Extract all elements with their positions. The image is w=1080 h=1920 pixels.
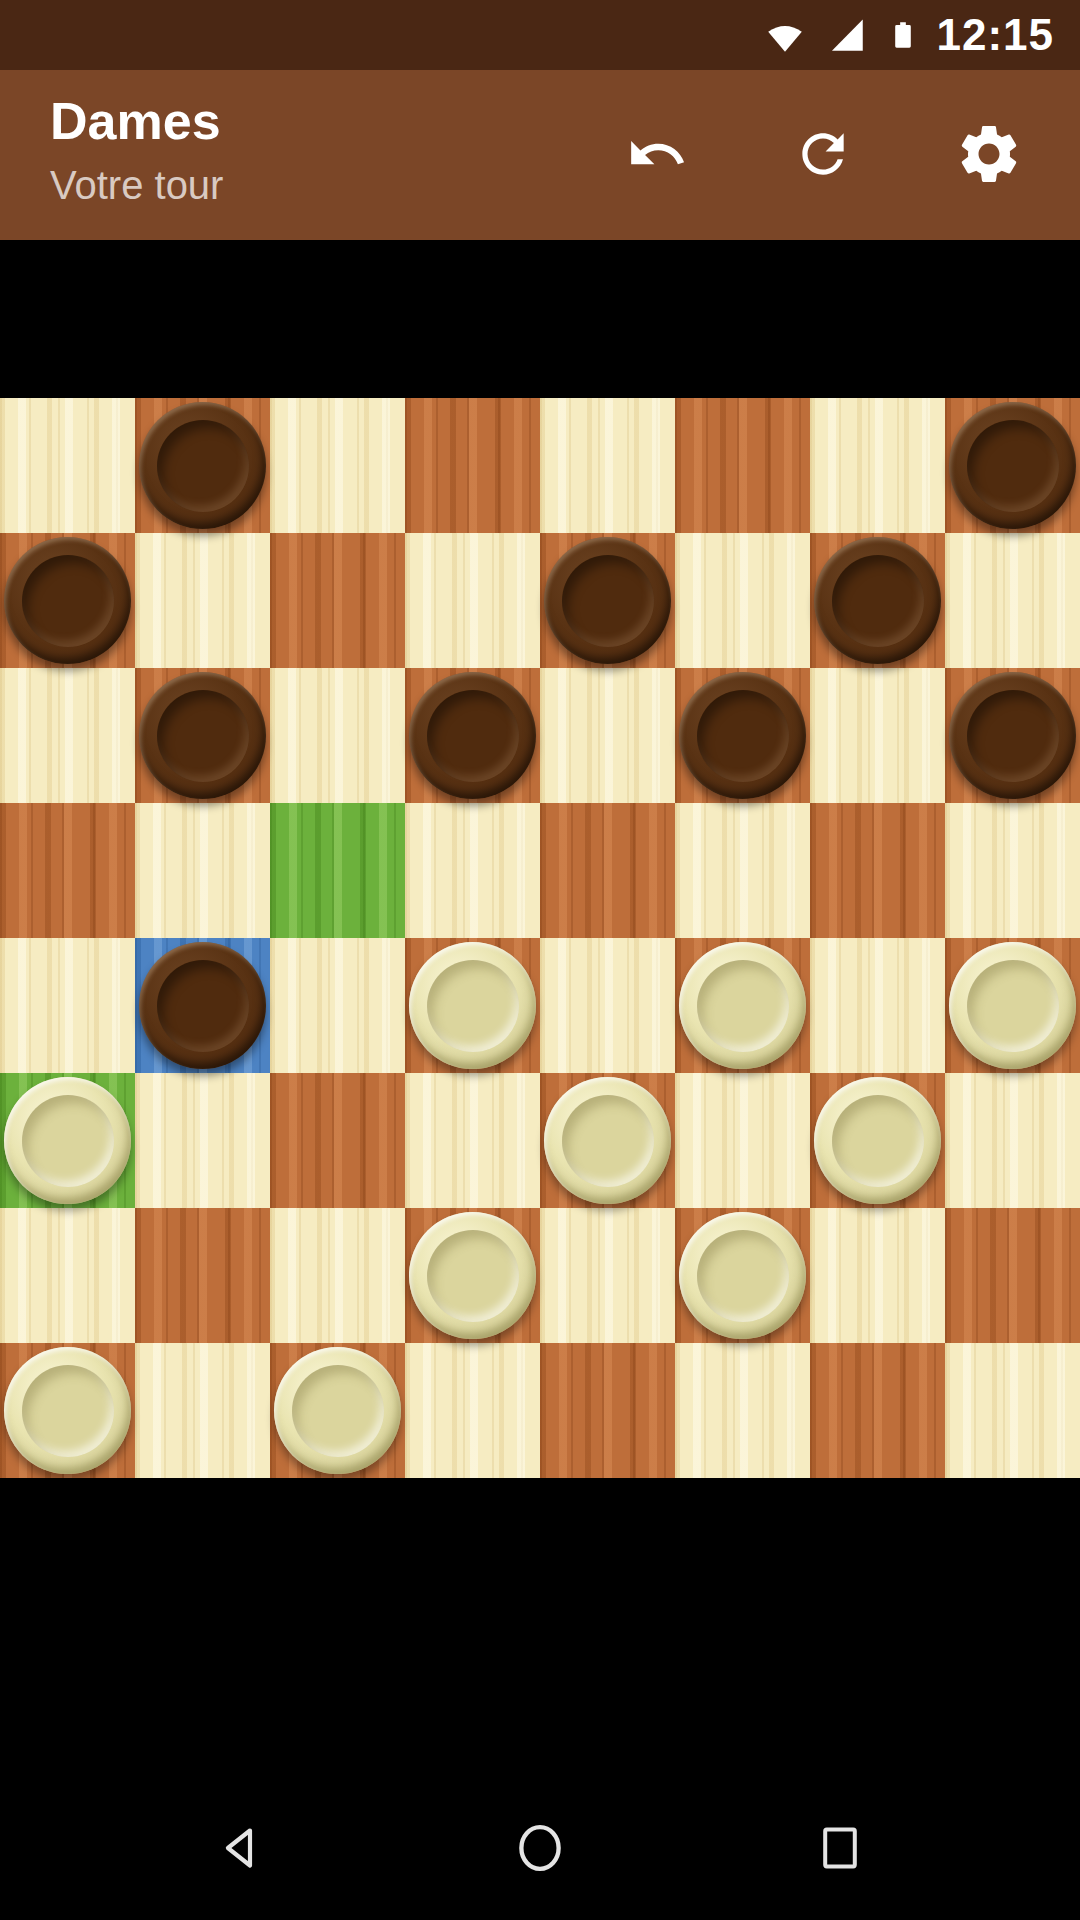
square-r2c7[interactable] — [945, 668, 1080, 803]
back-button[interactable] — [215, 1820, 265, 1878]
redo-icon — [792, 123, 854, 188]
square-r6c2 — [270, 1208, 405, 1343]
square-r5c1 — [135, 1073, 270, 1208]
dark-checker-piece[interactable] — [139, 942, 266, 1069]
dark-checker-piece[interactable] — [949, 402, 1076, 529]
square-r6c3[interactable] — [405, 1208, 540, 1343]
undo-icon — [626, 123, 688, 188]
dark-checker-piece[interactable] — [949, 672, 1076, 799]
page-title: Dames — [50, 92, 624, 150]
square-r5c4[interactable] — [540, 1073, 675, 1208]
white-checker-piece[interactable] — [679, 942, 806, 1069]
square-r3c0[interactable] — [0, 803, 135, 938]
dark-checker-piece[interactable] — [544, 537, 671, 664]
square-r1c6[interactable] — [810, 533, 945, 668]
square-r6c1[interactable] — [135, 1208, 270, 1343]
square-r2c5[interactable] — [675, 668, 810, 803]
square-r3c5 — [675, 803, 810, 938]
square-r2c2 — [270, 668, 405, 803]
square-r6c7[interactable] — [945, 1208, 1080, 1343]
piece-inner-ring — [22, 1095, 114, 1187]
piece-inner-ring — [427, 960, 519, 1052]
square-r4c1[interactable] — [135, 938, 270, 1073]
turn-status: Votre tour — [50, 162, 624, 208]
app-titles: Dames Votre tour — [0, 70, 624, 208]
dark-checker-piece[interactable] — [679, 672, 806, 799]
square-r4c5[interactable] — [675, 938, 810, 1073]
piece-inner-ring — [697, 690, 789, 782]
square-r3c2[interactable] — [270, 803, 405, 938]
square-r6c5[interactable] — [675, 1208, 810, 1343]
square-r1c1 — [135, 533, 270, 668]
square-r1c2[interactable] — [270, 533, 405, 668]
signal-icon — [824, 14, 870, 56]
white-checker-piece[interactable] — [409, 1212, 536, 1339]
piece-inner-ring — [157, 420, 249, 512]
square-r0c4 — [540, 398, 675, 533]
settings-button[interactable] — [956, 122, 1022, 188]
back-icon — [215, 1819, 265, 1880]
dark-checker-piece[interactable] — [814, 537, 941, 664]
app-actions — [624, 70, 1080, 240]
recents-icon — [816, 1819, 864, 1880]
square-r5c6[interactable] — [810, 1073, 945, 1208]
white-checker-piece[interactable] — [949, 942, 1076, 1069]
dark-checker-piece[interactable] — [409, 672, 536, 799]
app-bar: Dames Votre tour — [0, 70, 1080, 240]
piece-inner-ring — [22, 1365, 114, 1457]
square-r3c6[interactable] — [810, 803, 945, 938]
square-r4c6 — [810, 938, 945, 1073]
status-clock: 12:15 — [936, 0, 1054, 70]
square-r4c0 — [0, 938, 135, 1073]
piece-inner-ring — [562, 1095, 654, 1187]
battery-icon — [886, 12, 920, 58]
square-r0c5[interactable] — [675, 398, 810, 533]
square-r0c3[interactable] — [405, 398, 540, 533]
square-r1c0[interactable] — [0, 533, 135, 668]
piece-inner-ring — [562, 555, 654, 647]
redo-button[interactable] — [790, 122, 856, 188]
white-checker-piece[interactable] — [814, 1077, 941, 1204]
home-button[interactable] — [515, 1820, 565, 1878]
square-r2c0 — [0, 668, 135, 803]
square-r6c0 — [0, 1208, 135, 1343]
square-r3c1 — [135, 803, 270, 938]
white-checker-piece[interactable] — [4, 1347, 131, 1474]
square-r3c4[interactable] — [540, 803, 675, 938]
square-r7c4[interactable] — [540, 1343, 675, 1478]
square-r7c2[interactable] — [270, 1343, 405, 1478]
white-checker-piece[interactable] — [679, 1212, 806, 1339]
square-r4c3[interactable] — [405, 938, 540, 1073]
square-r6c6 — [810, 1208, 945, 1343]
square-r1c4[interactable] — [540, 533, 675, 668]
recents-button[interactable] — [815, 1820, 865, 1878]
nav-bar — [0, 1816, 1080, 1882]
piece-inner-ring — [967, 420, 1059, 512]
dark-checker-piece[interactable] — [4, 537, 131, 664]
square-r2c3[interactable] — [405, 668, 540, 803]
square-r4c7[interactable] — [945, 938, 1080, 1073]
square-r0c7[interactable] — [945, 398, 1080, 533]
square-r5c2[interactable] — [270, 1073, 405, 1208]
piece-inner-ring — [832, 1095, 924, 1187]
status-bar: 12:15 — [0, 0, 1080, 70]
square-r7c1 — [135, 1343, 270, 1478]
square-r5c3 — [405, 1073, 540, 1208]
wifi-icon — [762, 14, 808, 56]
square-r3c7 — [945, 803, 1080, 938]
square-r7c5 — [675, 1343, 810, 1478]
undo-button[interactable] — [624, 122, 690, 188]
square-r1c3 — [405, 533, 540, 668]
square-r2c6 — [810, 668, 945, 803]
square-r7c7 — [945, 1343, 1080, 1478]
square-r7c3 — [405, 1343, 540, 1478]
square-r2c1[interactable] — [135, 668, 270, 803]
piece-inner-ring — [292, 1365, 384, 1457]
square-r0c0 — [0, 398, 135, 533]
square-r0c1[interactable] — [135, 398, 270, 533]
square-r0c6 — [810, 398, 945, 533]
square-r6c4 — [540, 1208, 675, 1343]
dark-checker-piece[interactable] — [139, 672, 266, 799]
piece-inner-ring — [697, 960, 789, 1052]
white-checker-piece[interactable] — [544, 1077, 671, 1204]
square-r5c5 — [675, 1073, 810, 1208]
dark-checker-piece[interactable] — [139, 402, 266, 529]
piece-inner-ring — [427, 690, 519, 782]
home-icon — [514, 1819, 566, 1880]
square-r1c5 — [675, 533, 810, 668]
square-r5c0[interactable] — [0, 1073, 135, 1208]
square-r4c2 — [270, 938, 405, 1073]
gear-icon — [954, 119, 1024, 192]
square-r3c3 — [405, 803, 540, 938]
white-checker-piece[interactable] — [409, 942, 536, 1069]
piece-inner-ring — [832, 555, 924, 647]
piece-inner-ring — [427, 1230, 519, 1322]
piece-inner-ring — [967, 690, 1059, 782]
piece-inner-ring — [22, 555, 114, 647]
square-r4c4 — [540, 938, 675, 1073]
piece-inner-ring — [157, 690, 249, 782]
white-checker-piece[interactable] — [4, 1077, 131, 1204]
white-checker-piece[interactable] — [274, 1347, 401, 1474]
square-r7c0[interactable] — [0, 1343, 135, 1478]
piece-inner-ring — [157, 960, 249, 1052]
square-r7c6[interactable] — [810, 1343, 945, 1478]
square-r0c2 — [270, 398, 405, 533]
square-r5c7 — [945, 1073, 1080, 1208]
piece-inner-ring — [967, 960, 1059, 1052]
square-r2c4 — [540, 668, 675, 803]
piece-inner-ring — [697, 1230, 789, 1322]
square-r1c7 — [945, 533, 1080, 668]
checkers-board — [0, 398, 1080, 1478]
